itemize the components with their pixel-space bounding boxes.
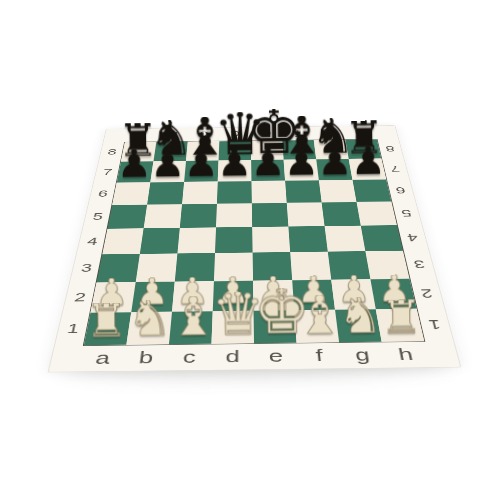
white-king-e1: ♚	[253, 288, 296, 336]
white-knight-b1: ♞	[127, 299, 170, 337]
square-d5	[216, 203, 252, 227]
square-b6	[147, 182, 184, 205]
square-g4	[325, 226, 366, 252]
photo-tilt-wrapper: abcdefgh 87654321 87654321 abcdefgh ♜♞♝♛…	[0, 0, 500, 500]
square-e6	[251, 181, 286, 204]
white-bishop-c1: ♝	[169, 296, 212, 337]
file-label-a: a	[79, 345, 127, 372]
square-h6	[352, 179, 391, 202]
file-label-e: e	[254, 343, 298, 370]
file-label-far-e: e	[251, 127, 283, 141]
product-photo: abcdefgh 87654321 87654321 abcdefgh ♜♞♝♛…	[0, 0, 500, 500]
chessboard-mat: abcdefgh 87654321 87654321 abcdefgh ♜♞♝♛…	[47, 125, 461, 372]
white-rook-a1: ♜	[85, 303, 128, 338]
square-f6	[285, 180, 321, 203]
board-grid: ♜♞♝♛♚♝♞♜♟♟♟♟♟♟♟♟♟♟♟♟♟♟♟♟♜♞♝♛♚♝♞♜	[84, 139, 424, 345]
square-f4	[288, 226, 327, 252]
file-label-h: h	[382, 341, 431, 368]
file-label-far-f: f	[281, 127, 313, 141]
rank-label-right-4: 4	[397, 225, 429, 251]
file-labels-near: abcdefgh	[79, 341, 431, 371]
square-g6	[319, 180, 357, 203]
file-label-g: g	[339, 342, 386, 369]
file-label-b: b	[123, 344, 169, 371]
file-label-d: d	[210, 343, 254, 370]
square-g1: ♞	[335, 309, 382, 342]
file-label-far-c: c	[188, 128, 220, 142]
square-b4	[140, 228, 180, 254]
square-a5	[107, 204, 147, 228]
square-d4	[215, 227, 253, 253]
rank-label-right-7: 7	[381, 158, 409, 179]
perspective-scene: abcdefgh 87654321 87654321 abcdefgh ♜♞♝♛…	[0, 0, 500, 500]
square-d6	[217, 181, 252, 204]
square-h7: ♟	[349, 159, 386, 180]
square-a4	[102, 228, 143, 254]
square-a1: ♜	[84, 312, 131, 345]
square-h5	[356, 201, 396, 225]
square-g5	[322, 202, 361, 226]
rank-label-right-2: 2	[409, 278, 444, 308]
white-queen-d1: ♛	[211, 291, 254, 336]
rank-label-right-6: 6	[386, 179, 415, 201]
square-a6	[112, 182, 150, 205]
square-c5	[180, 204, 217, 228]
square-c1: ♝	[169, 311, 213, 344]
file-label-far-d: d	[219, 127, 250, 141]
square-d1: ♛	[212, 311, 255, 344]
square-h4	[361, 225, 403, 251]
file-label-far-a: a	[125, 128, 158, 142]
file-label-far-h: h	[343, 126, 377, 140]
file-label-far-g: g	[312, 126, 345, 140]
square-c6	[182, 181, 218, 204]
file-label-f: f	[297, 342, 343, 369]
square-f5	[287, 202, 325, 226]
square-c4	[177, 227, 216, 253]
rank-label-right-3: 3	[403, 250, 436, 278]
square-e4	[252, 227, 290, 253]
square-e1: ♚	[254, 310, 297, 343]
square-e5	[252, 203, 289, 227]
square-b1: ♞	[126, 312, 172, 345]
rank-label-right-8: 8	[377, 139, 404, 159]
square-b5	[144, 204, 182, 228]
white-knight-g1: ♞	[338, 297, 381, 335]
rank-label-right-5: 5	[391, 201, 421, 225]
file-label-c: c	[167, 344, 212, 371]
file-label-far-b: b	[156, 128, 189, 142]
